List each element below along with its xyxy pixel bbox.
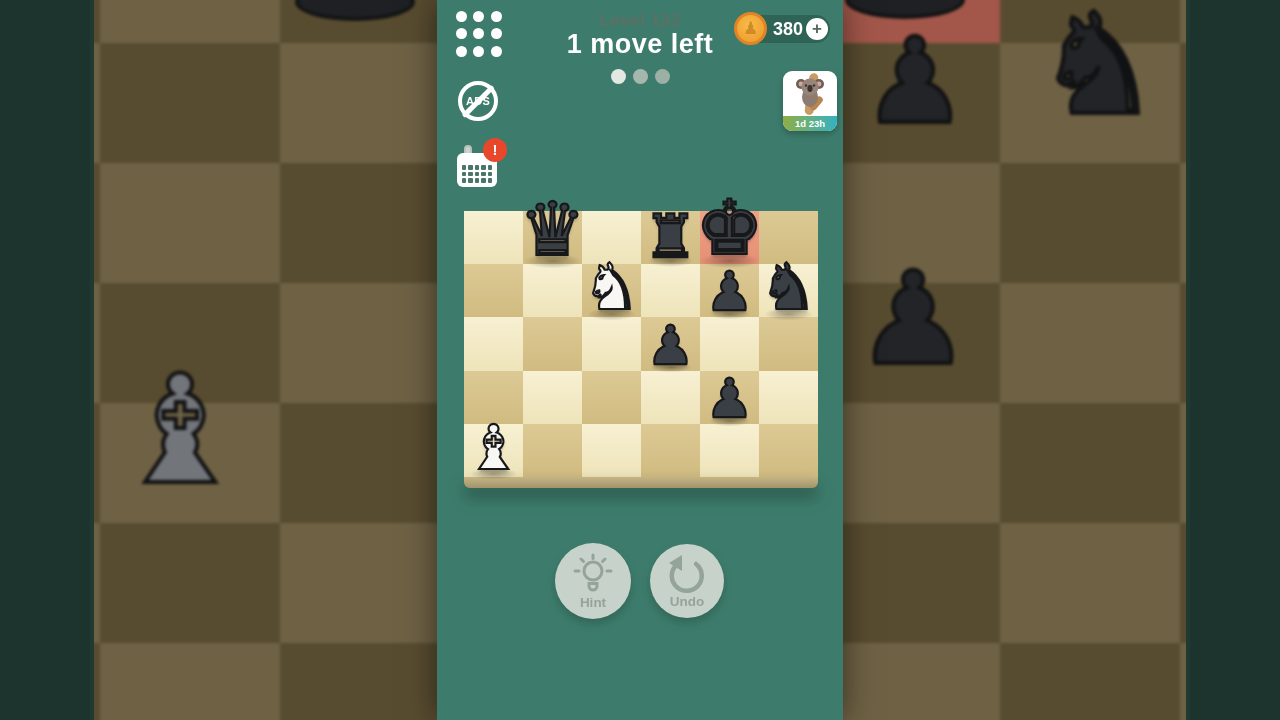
board-square[interactable] xyxy=(759,371,818,424)
piece-black-pawn[interactable]: ♟ xyxy=(646,319,694,373)
background-piece-p: ♟ xyxy=(862,22,968,140)
board-square[interactable] xyxy=(582,371,641,424)
add-coins-button[interactable]: + xyxy=(806,18,828,40)
koala-icon xyxy=(783,71,837,116)
background-square xyxy=(1000,523,1180,643)
board-square[interactable] xyxy=(700,317,759,370)
background-left-band xyxy=(0,0,94,720)
board-square[interactable] xyxy=(641,424,700,477)
calendar-dot xyxy=(488,172,492,177)
background-square xyxy=(1000,403,1180,523)
background-square xyxy=(1000,643,1180,720)
chess-board: ♛♜♚♞♟♞♟♟♝ xyxy=(464,211,818,477)
hint-label: Hint xyxy=(555,595,631,610)
background-square xyxy=(820,643,1000,720)
event-card-button[interactable]: 1d 23h xyxy=(783,71,837,131)
piece-black-queen[interactable]: ♛ xyxy=(519,192,585,266)
piece-black-pawn[interactable]: ♟ xyxy=(705,265,753,319)
piece-white-bishop[interactable]: ♝ xyxy=(466,417,522,479)
board-square[interactable] xyxy=(464,211,523,264)
daily-challenge-calendar-button[interactable]: ! xyxy=(457,145,497,187)
background-square xyxy=(280,643,460,720)
board-square[interactable] xyxy=(641,371,700,424)
calendar-grid-dots xyxy=(462,165,492,183)
background-square xyxy=(100,163,280,283)
piece-black-rook[interactable]: ♜ xyxy=(644,206,698,266)
board-square[interactable] xyxy=(464,317,523,370)
background-square xyxy=(280,43,460,163)
background-square xyxy=(280,403,460,523)
background-piece-b: ♝ xyxy=(113,355,247,505)
background-square xyxy=(1000,283,1180,403)
calendar-dot xyxy=(488,165,492,170)
coin-icon: ♟ xyxy=(734,12,767,45)
background-square xyxy=(280,523,460,643)
calendar-dot xyxy=(475,178,479,183)
board-square[interactable] xyxy=(582,317,641,370)
piece-black-pawn[interactable]: ♟ xyxy=(705,372,753,426)
board-square[interactable] xyxy=(700,424,759,477)
game-panel: Level 133 1 move left ♟ 380 + ADS ! xyxy=(437,0,843,720)
background-square xyxy=(820,523,1000,643)
calendar-dot xyxy=(481,165,485,170)
board-square[interactable] xyxy=(759,424,818,477)
board-square[interactable] xyxy=(523,424,582,477)
undo-button[interactable]: Undo xyxy=(650,544,724,618)
notification-badge: ! xyxy=(483,138,507,162)
calendar-dot xyxy=(481,172,485,177)
background-square xyxy=(280,163,460,283)
hint-button[interactable]: Hint xyxy=(555,543,631,619)
background-right-band xyxy=(1186,0,1280,720)
calendar-dot xyxy=(488,178,492,183)
background-square xyxy=(100,0,280,43)
board-square[interactable] xyxy=(641,264,700,317)
piece-black-king[interactable]: ♚ xyxy=(695,190,763,266)
board-square[interactable] xyxy=(523,317,582,370)
background-piece-n: ♞ xyxy=(1035,0,1161,135)
background-square xyxy=(100,523,280,643)
app-screen: { "game": "Pocket Chess (chess puzzle ap… xyxy=(0,0,1280,720)
coin-count: 380 xyxy=(771,15,805,43)
background-square xyxy=(820,403,1000,523)
progress-dot-pending xyxy=(633,69,648,84)
progress-dot-pending xyxy=(655,69,670,84)
background-square xyxy=(100,643,280,720)
board-square[interactable] xyxy=(464,264,523,317)
calendar-dot xyxy=(475,165,479,170)
background-square xyxy=(1000,163,1180,283)
calendar-dot xyxy=(468,165,472,170)
calendar-dot xyxy=(468,172,472,177)
piece-white-knight[interactable]: ♞ xyxy=(583,255,640,319)
lightbulb-icon xyxy=(571,551,615,597)
calendar-dot xyxy=(475,172,479,177)
calendar-dot xyxy=(462,165,466,170)
piece-black-knight[interactable]: ♞ xyxy=(760,255,817,319)
background-piece-p: ♟ xyxy=(856,255,971,383)
progress-dot-done xyxy=(611,69,626,84)
calendar-dot xyxy=(481,178,485,183)
board-square[interactable] xyxy=(523,371,582,424)
calendar-dot xyxy=(462,172,466,177)
background-square xyxy=(280,283,460,403)
background-square xyxy=(100,43,280,163)
board-square[interactable] xyxy=(759,317,818,370)
calendar-dot xyxy=(468,178,472,183)
no-ads-button[interactable]: ADS xyxy=(458,81,498,121)
event-timer: 1d 23h xyxy=(783,116,837,131)
undo-label: Undo xyxy=(650,594,724,609)
board-square[interactable] xyxy=(582,424,641,477)
calendar-dot xyxy=(462,178,466,183)
undo-arrow-icon xyxy=(665,552,709,598)
